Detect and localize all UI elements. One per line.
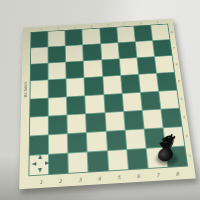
square: [119, 58, 137, 75]
coordinate-label: 4: [180, 96, 183, 100]
square: [139, 74, 158, 92]
coordinate-label: 2: [59, 178, 62, 184]
square: [49, 97, 67, 115]
square: [87, 132, 106, 152]
coordinate-label: e: [107, 23, 109, 27]
square: [31, 32, 48, 48]
square: [151, 24, 169, 40]
coordinate-label: a: [40, 27, 42, 31]
square: [122, 92, 141, 110]
photo-scene: abcdefgh 12345678 87654321 ⊕chess ♟ ♟ ♟ …: [0, 0, 200, 200]
square: [155, 56, 174, 73]
square: [68, 114, 87, 133]
square: [67, 78, 85, 96]
coordinate-label: 1: [39, 179, 42, 185]
coordinate-label: 7: [173, 46, 176, 50]
coordinate-label: 6: [175, 62, 178, 66]
square: [85, 77, 103, 95]
square: [30, 98, 48, 116]
square: [104, 94, 123, 112]
square: [49, 115, 67, 134]
square: [106, 130, 126, 150]
fallen-black-piece: ♞: [152, 131, 188, 175]
square: [67, 96, 85, 114]
square: [49, 153, 68, 174]
square: [136, 41, 154, 57]
square: [127, 149, 147, 169]
brand-label: ⊕chess: [21, 68, 30, 113]
square: [100, 28, 117, 44]
coordinate-label: 3: [182, 114, 185, 118]
square: [134, 25, 152, 41]
coordinate-label: 5: [177, 79, 180, 83]
square: [86, 95, 105, 113]
square: [31, 64, 48, 81]
square: [83, 44, 100, 61]
coordinate-label: 8: [170, 30, 173, 34]
square: [121, 75, 140, 93]
square: [157, 73, 176, 91]
square: [84, 60, 102, 77]
coordinate-label: d: [90, 24, 92, 28]
square: [66, 62, 84, 79]
square: [141, 91, 161, 109]
square: [49, 46, 66, 63]
square: [68, 133, 87, 153]
square: [161, 108, 181, 127]
square: [88, 151, 108, 172]
square: [66, 45, 83, 62]
coordinate-label: 4: [98, 175, 101, 181]
square: [137, 57, 156, 74]
coordinate-label: 6: [137, 173, 141, 179]
coordinate-label: 1: [188, 153, 191, 158]
square: [107, 150, 127, 171]
square: [102, 59, 120, 76]
square: [103, 76, 121, 94]
coordinate-label: g: [140, 21, 143, 25]
square: [30, 116, 48, 135]
coordinate-label: f: [124, 22, 126, 26]
four-pawns-logo: ♟ ♟ ♟ ♟: [30, 153, 50, 174]
square: [66, 30, 83, 46]
pawn-icon: ♟: [38, 167, 43, 173]
square: [83, 29, 100, 45]
square: [86, 113, 105, 132]
square: [153, 40, 172, 56]
pawn-icon: ♟: [31, 161, 37, 166]
square: [69, 152, 88, 173]
square: [118, 42, 136, 58]
square: [48, 31, 65, 47]
square: [49, 63, 66, 80]
square: [101, 43, 119, 59]
square: [105, 112, 124, 131]
square: [125, 129, 145, 149]
coordinate-label: b: [57, 26, 59, 30]
pawn-icon: ♟: [44, 160, 50, 165]
square: [49, 79, 67, 97]
pawn-icon: ♟: [38, 154, 43, 160]
coordinate-label: 3: [78, 176, 81, 182]
coordinate-label: 5: [117, 174, 121, 180]
square: [117, 26, 135, 42]
square: [31, 47, 48, 64]
coordinate-label: c: [74, 25, 76, 29]
square: [30, 81, 47, 99]
coordinate-label: h: [156, 20, 159, 24]
square: [49, 134, 68, 154]
square: [143, 109, 163, 128]
square: [124, 110, 144, 129]
square: [159, 90, 179, 108]
square: [30, 135, 48, 155]
